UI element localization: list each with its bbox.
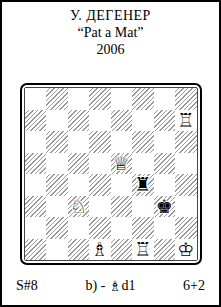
square-h1: ♔ (175, 239, 197, 261)
author-name: У. ДЕГЕНЕР (2, 7, 219, 24)
white-queen-e5: ♕ (113, 154, 130, 173)
twin-square: d1 (121, 278, 135, 293)
square-c2 (68, 217, 90, 239)
square-g4 (154, 174, 176, 196)
black-rook-f4: ♜ (134, 175, 151, 194)
square-c3: ♘ (68, 196, 90, 218)
square-c4 (68, 174, 90, 196)
square-e2 (111, 217, 133, 239)
square-a3 (25, 196, 47, 218)
square-h7: ♖ (175, 110, 197, 132)
board-grid: ♖♕♜♘♚♗♖♔ (24, 87, 198, 261)
twin-prefix: b) - (86, 278, 109, 293)
square-d2 (89, 217, 111, 239)
square-f3 (132, 196, 154, 218)
square-a4 (25, 174, 47, 196)
square-h6 (175, 131, 197, 153)
twin-stipulation: b) - ♗d1 (86, 277, 136, 294)
square-a1 (25, 239, 47, 261)
square-h2 (175, 217, 197, 239)
square-b8 (46, 88, 68, 110)
square-f5 (132, 153, 154, 175)
square-b7 (46, 110, 68, 132)
square-d7 (89, 110, 111, 132)
square-f7 (132, 110, 154, 132)
square-e3 (111, 196, 133, 218)
square-d4 (89, 174, 111, 196)
square-g3: ♚ (154, 196, 176, 218)
square-h4 (175, 174, 197, 196)
square-f1: ♖ (132, 239, 154, 261)
square-g2 (154, 217, 176, 239)
square-b5 (46, 153, 68, 175)
square-b1 (46, 239, 68, 261)
square-g5 (154, 153, 176, 175)
black-king-g3: ♚ (156, 197, 173, 216)
square-d3 (89, 196, 111, 218)
square-c1 (68, 239, 90, 261)
chess-board: ♖♕♜♘♚♗♖♔ (20, 83, 202, 265)
square-g1 (154, 239, 176, 261)
square-d6 (89, 131, 111, 153)
square-h5 (175, 153, 197, 175)
square-a2 (25, 217, 47, 239)
square-a5 (25, 153, 47, 175)
white-bishop-d1: ♗ (91, 240, 108, 259)
square-c5 (68, 153, 90, 175)
diagram-header: У. ДЕГЕНЕР “Pat a Mat” 2006 (2, 2, 219, 58)
square-e4 (111, 174, 133, 196)
square-a8 (25, 88, 47, 110)
square-a7 (25, 110, 47, 132)
square-f4: ♜ (132, 174, 154, 196)
square-c7 (68, 110, 90, 132)
square-d5 (89, 153, 111, 175)
square-b2 (46, 217, 68, 239)
white-knight-c3: ♘ (70, 197, 87, 216)
square-e5: ♕ (111, 153, 133, 175)
stipulation-label: S#8 (16, 278, 38, 294)
white-rook-f1: ♖ (134, 240, 151, 259)
caption-row: S#8 b) - ♗d1 6+2 (2, 277, 219, 294)
square-h8 (175, 88, 197, 110)
square-g7 (154, 110, 176, 132)
square-e7 (111, 110, 133, 132)
square-d1: ♗ (89, 239, 111, 261)
source-name: “Pat a Mat” (2, 24, 219, 41)
square-e6 (111, 131, 133, 153)
square-e8 (111, 88, 133, 110)
square-h3 (175, 196, 197, 218)
square-f6 (132, 131, 154, 153)
square-f2 (132, 217, 154, 239)
square-g6 (154, 131, 176, 153)
square-b6 (46, 131, 68, 153)
square-a6 (25, 131, 47, 153)
white-bishop-icon: ♗ (109, 278, 122, 294)
white-rook-h7: ♖ (177, 111, 194, 130)
problem-diagram-page: У. ДЕГЕНЕР “Pat a Mat” 2006 ♖♕♜♘♚♗♖♔ S#8… (0, 0, 221, 307)
square-g8 (154, 88, 176, 110)
square-d8 (89, 88, 111, 110)
material-count: 6+2 (183, 278, 205, 294)
square-f8 (132, 88, 154, 110)
white-king-h1: ♔ (177, 240, 194, 259)
square-e1 (111, 239, 133, 261)
square-c6 (68, 131, 90, 153)
publication-year: 2006 (2, 41, 219, 58)
square-c8 (68, 88, 90, 110)
square-b3 (46, 196, 68, 218)
square-b4 (46, 174, 68, 196)
